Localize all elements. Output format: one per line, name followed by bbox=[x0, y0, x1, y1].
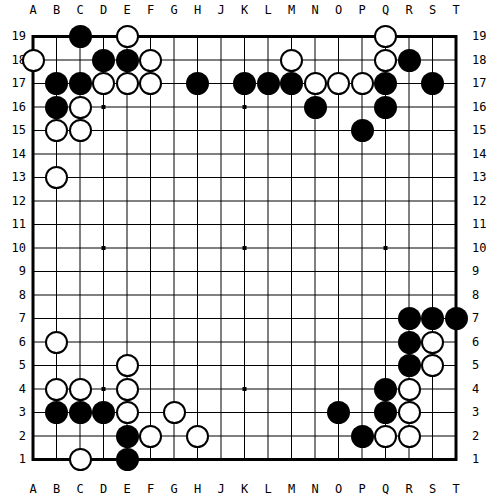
star-point bbox=[243, 246, 247, 250]
stone-black-D18 bbox=[92, 49, 115, 72]
star-point bbox=[243, 387, 247, 391]
stone-black-C19 bbox=[69, 25, 92, 48]
col-label-G: G bbox=[167, 4, 181, 17]
stone-white-Q19 bbox=[374, 25, 397, 48]
row-label-7: 7 bbox=[472, 312, 494, 325]
row-label-15: 15 bbox=[472, 124, 494, 137]
stone-black-C17 bbox=[69, 72, 92, 95]
stone-white-R3 bbox=[398, 401, 421, 424]
stone-black-B16 bbox=[45, 96, 68, 119]
row-label-3: 3 bbox=[4, 406, 26, 419]
row-label-19: 19 bbox=[4, 30, 26, 43]
col-label-K: K bbox=[238, 4, 252, 17]
col-label-R: R bbox=[402, 4, 416, 17]
stone-white-F18 bbox=[139, 49, 162, 72]
row-label-16: 16 bbox=[4, 101, 26, 114]
col-label-B: B bbox=[50, 4, 64, 17]
stone-white-F2 bbox=[139, 425, 162, 448]
stone-black-M17 bbox=[280, 72, 303, 95]
row-label-18: 18 bbox=[472, 54, 494, 67]
col-label-H: H bbox=[191, 483, 205, 496]
col-label-P: P bbox=[355, 4, 369, 17]
row-label-17: 17 bbox=[4, 77, 26, 90]
col-label-A: A bbox=[26, 4, 40, 17]
row-label-16: 16 bbox=[472, 101, 494, 114]
stone-white-C4 bbox=[69, 378, 92, 401]
star-point bbox=[243, 105, 247, 109]
stone-white-Q2 bbox=[374, 425, 397, 448]
row-label-13: 13 bbox=[4, 171, 26, 184]
col-label-P: P bbox=[355, 483, 369, 496]
row-label-1: 1 bbox=[4, 453, 26, 466]
stone-white-G3 bbox=[163, 401, 186, 424]
stone-white-S5 bbox=[421, 354, 444, 377]
stone-white-S6 bbox=[421, 331, 444, 354]
col-label-S: S bbox=[426, 4, 440, 17]
col-label-N: N bbox=[308, 4, 322, 17]
col-label-C: C bbox=[73, 4, 87, 17]
stone-white-F17 bbox=[139, 72, 162, 95]
col-label-B: B bbox=[50, 483, 64, 496]
row-label-4: 4 bbox=[472, 383, 494, 396]
stone-white-N17 bbox=[304, 72, 327, 95]
stone-white-M18 bbox=[280, 49, 303, 72]
stone-white-P17 bbox=[351, 72, 374, 95]
stone-white-R2 bbox=[398, 425, 421, 448]
stone-white-C16 bbox=[69, 96, 92, 119]
col-label-D: D bbox=[97, 483, 111, 496]
col-label-R: R bbox=[402, 483, 416, 496]
stone-white-Q18 bbox=[374, 49, 397, 72]
col-label-N: N bbox=[308, 483, 322, 496]
col-label-E: E bbox=[120, 483, 134, 496]
col-label-O: O bbox=[332, 483, 346, 496]
stone-black-Q4 bbox=[374, 378, 397, 401]
stone-black-Q3 bbox=[374, 401, 397, 424]
stone-white-E19 bbox=[116, 25, 139, 48]
stone-black-H17 bbox=[186, 72, 209, 95]
stone-black-R5 bbox=[398, 354, 421, 377]
col-label-L: L bbox=[261, 483, 275, 496]
col-label-L: L bbox=[261, 4, 275, 17]
stone-black-R18 bbox=[398, 49, 421, 72]
stone-white-B4 bbox=[45, 378, 68, 401]
stone-black-D3 bbox=[92, 401, 115, 424]
row-label-4: 4 bbox=[4, 383, 26, 396]
stone-black-R7 bbox=[398, 307, 421, 330]
stone-black-R6 bbox=[398, 331, 421, 354]
stone-white-A18 bbox=[22, 49, 45, 72]
stone-black-B3 bbox=[45, 401, 68, 424]
star-point bbox=[102, 387, 106, 391]
col-label-T: T bbox=[449, 4, 463, 17]
col-label-K: K bbox=[238, 483, 252, 496]
row-label-14: 14 bbox=[472, 148, 494, 161]
star-point bbox=[102, 246, 106, 250]
stone-white-B15 bbox=[45, 119, 68, 142]
row-label-14: 14 bbox=[4, 148, 26, 161]
row-label-11: 11 bbox=[4, 218, 26, 231]
col-label-A: A bbox=[26, 483, 40, 496]
row-label-5: 5 bbox=[4, 359, 26, 372]
row-label-10: 10 bbox=[472, 242, 494, 255]
col-label-Q: Q bbox=[379, 4, 393, 17]
col-label-S: S bbox=[426, 483, 440, 496]
go-board-diagram: ABCDEFGHJKLMNOPQRST ABCDEFGHJKLMNOPQRST … bbox=[0, 0, 500, 500]
col-label-G: G bbox=[167, 483, 181, 496]
star-point bbox=[384, 246, 388, 250]
stone-black-L17 bbox=[257, 72, 280, 95]
stone-black-Q17 bbox=[374, 72, 397, 95]
stone-black-P2 bbox=[351, 425, 374, 448]
row-label-2: 2 bbox=[472, 430, 494, 443]
stone-black-T7 bbox=[445, 307, 468, 330]
row-label-6: 6 bbox=[472, 336, 494, 349]
stone-black-Q16 bbox=[374, 96, 397, 119]
row-label-9: 9 bbox=[4, 265, 26, 278]
row-label-12: 12 bbox=[4, 195, 26, 208]
row-label-19: 19 bbox=[472, 30, 494, 43]
row-label-8: 8 bbox=[472, 289, 494, 302]
stone-white-E4 bbox=[116, 378, 139, 401]
stone-white-O17 bbox=[327, 72, 350, 95]
stone-black-O3 bbox=[327, 401, 350, 424]
stone-white-D17 bbox=[92, 72, 115, 95]
stone-white-H2 bbox=[186, 425, 209, 448]
row-label-3: 3 bbox=[472, 406, 494, 419]
row-label-13: 13 bbox=[472, 171, 494, 184]
stone-white-R4 bbox=[398, 378, 421, 401]
row-label-7: 7 bbox=[4, 312, 26, 325]
stone-black-E1 bbox=[116, 448, 139, 471]
col-label-F: F bbox=[144, 4, 158, 17]
stone-black-E18 bbox=[116, 49, 139, 72]
col-label-H: H bbox=[191, 4, 205, 17]
col-label-E: E bbox=[120, 4, 134, 17]
row-label-1: 1 bbox=[472, 453, 494, 466]
col-label-T: T bbox=[449, 483, 463, 496]
stone-black-K17 bbox=[233, 72, 256, 95]
row-label-12: 12 bbox=[472, 195, 494, 208]
col-label-C: C bbox=[73, 483, 87, 496]
star-point bbox=[102, 105, 106, 109]
stone-black-S7 bbox=[421, 307, 444, 330]
col-label-M: M bbox=[285, 4, 299, 17]
row-label-5: 5 bbox=[472, 359, 494, 372]
stone-white-E17 bbox=[116, 72, 139, 95]
stone-white-C15 bbox=[69, 119, 92, 142]
col-label-J: J bbox=[214, 4, 228, 17]
stone-white-B13 bbox=[45, 166, 68, 189]
stone-black-E2 bbox=[116, 425, 139, 448]
row-label-15: 15 bbox=[4, 124, 26, 137]
stone-black-P15 bbox=[351, 119, 374, 142]
stone-white-E5 bbox=[116, 354, 139, 377]
row-label-10: 10 bbox=[4, 242, 26, 255]
col-label-D: D bbox=[97, 4, 111, 17]
stone-black-N16 bbox=[304, 96, 327, 119]
stone-white-C1 bbox=[69, 448, 92, 471]
row-label-8: 8 bbox=[4, 289, 26, 302]
col-label-J: J bbox=[214, 483, 228, 496]
row-label-6: 6 bbox=[4, 336, 26, 349]
row-label-11: 11 bbox=[472, 218, 494, 231]
stone-black-S17 bbox=[421, 72, 444, 95]
col-label-F: F bbox=[144, 483, 158, 496]
row-label-17: 17 bbox=[472, 77, 494, 90]
stone-black-C3 bbox=[69, 401, 92, 424]
col-label-O: O bbox=[332, 4, 346, 17]
col-label-Q: Q bbox=[379, 483, 393, 496]
row-label-2: 2 bbox=[4, 430, 26, 443]
stone-white-B6 bbox=[45, 331, 68, 354]
stone-black-B17 bbox=[45, 72, 68, 95]
stone-white-E3 bbox=[116, 401, 139, 424]
row-label-9: 9 bbox=[472, 265, 494, 278]
col-label-M: M bbox=[285, 483, 299, 496]
